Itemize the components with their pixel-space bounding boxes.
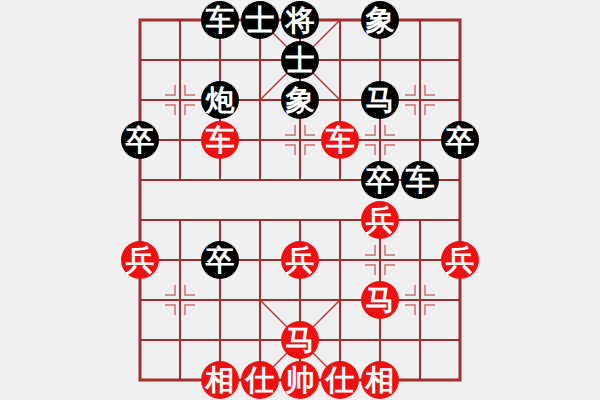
piece-black-elephant[interactable]: 象: [281, 81, 319, 119]
piece-black-general[interactable]: 将: [281, 1, 319, 39]
piece-red-general[interactable]: 帅: [281, 361, 319, 399]
piece-red-soldier[interactable]: 兵: [361, 201, 399, 239]
piece-red-soldier[interactable]: 兵: [441, 241, 479, 279]
piece-red-horse[interactable]: 马: [361, 281, 399, 319]
piece-red-chariot[interactable]: 车: [321, 121, 359, 159]
piece-black-soldier[interactable]: 卒: [121, 121, 159, 159]
piece-black-cannon[interactable]: 炮: [201, 81, 239, 119]
piece-black-chariot[interactable]: 车: [401, 161, 439, 199]
piece-black-soldier[interactable]: 卒: [441, 121, 479, 159]
piece-black-horse[interactable]: 马: [361, 81, 399, 119]
xiangqi-board: 车士将象士炮象马卒车车卒卒车兵兵卒兵兵马马相仕帅仕相: [0, 0, 600, 400]
piece-black-advisor[interactable]: 士: [281, 41, 319, 79]
piece-red-advisor[interactable]: 仕: [241, 361, 279, 399]
piece-black-chariot[interactable]: 车: [201, 1, 239, 39]
piece-black-elephant[interactable]: 象: [361, 1, 399, 39]
piece-red-advisor[interactable]: 仕: [321, 361, 359, 399]
piece-black-soldier[interactable]: 卒: [361, 161, 399, 199]
piece-red-elephant[interactable]: 相: [361, 361, 399, 399]
piece-black-soldier[interactable]: 卒: [201, 241, 239, 279]
piece-red-elephant[interactable]: 相: [201, 361, 239, 399]
piece-red-chariot[interactable]: 车: [201, 121, 239, 159]
piece-red-soldier[interactable]: 兵: [281, 241, 319, 279]
piece-red-soldier[interactable]: 兵: [121, 241, 159, 279]
piece-black-advisor[interactable]: 士: [241, 1, 279, 39]
piece-red-horse[interactable]: 马: [281, 321, 319, 359]
